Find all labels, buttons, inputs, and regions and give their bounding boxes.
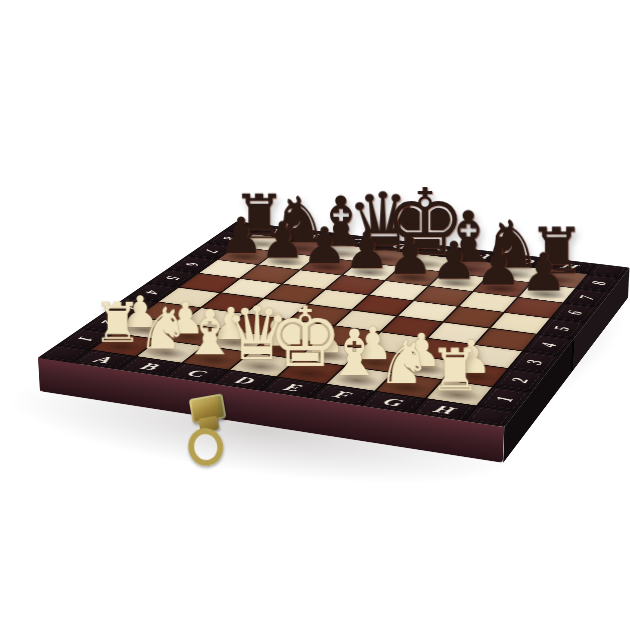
piece-glyph-h1: ♜ <box>429 343 481 398</box>
chess-set-photo: AA88BB77CC66DD55EE44FF33GG22HH11♜♞♝♛♚♝♞♜… <box>0 0 630 630</box>
clasp <box>178 392 242 464</box>
piece-stand: ♜ <box>376 159 533 398</box>
chess-board: AA88BB77CC66DD55EE44FF33GG22HH11♜♞♝♛♚♝♞♜… <box>38 222 629 427</box>
file-label-front-h-label: H <box>431 404 459 416</box>
rank-label-right-6-label: 6 <box>564 310 586 316</box>
rank-label-right-5-label: 5 <box>551 326 574 332</box>
scene: AA88BB77CC66DD55EE44FF33GG22HH11♜♞♝♛♚♝♞♜… <box>124 82 580 538</box>
